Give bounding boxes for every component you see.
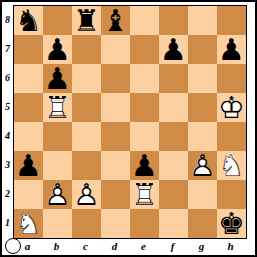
square-b3[interactable] xyxy=(43,151,72,180)
square-a7[interactable] xyxy=(14,35,43,64)
square-f8[interactable] xyxy=(159,6,188,35)
square-c1[interactable] xyxy=(72,209,101,238)
square-h1[interactable]: ♚ xyxy=(217,209,246,238)
black-knight-glyph: ♞ xyxy=(14,6,43,35)
square-c8[interactable]: ♜ xyxy=(72,6,101,35)
file-label-f: f xyxy=(158,240,187,254)
square-f7[interactable]: ♟ xyxy=(159,35,188,64)
square-g1[interactable] xyxy=(188,209,217,238)
black-pawn: ♟ xyxy=(217,35,246,64)
black-pawn-glyph: ♟ xyxy=(43,64,72,93)
black-pawn-glyph: ♟ xyxy=(130,151,159,180)
black-rook-glyph: ♜ xyxy=(72,6,101,35)
white-knight: ♞♘ xyxy=(217,151,246,180)
square-b4[interactable] xyxy=(43,122,72,151)
square-e3[interactable]: ♟ xyxy=(130,151,159,180)
square-f1[interactable] xyxy=(159,209,188,238)
rank-label-6: 6 xyxy=(2,63,13,92)
file-label-b: b xyxy=(42,240,71,254)
black-rook: ♜ xyxy=(72,6,101,35)
white-pawn: ♟♙ xyxy=(188,151,217,180)
square-b2[interactable]: ♟♙ xyxy=(43,180,72,209)
black-king-glyph: ♚ xyxy=(217,209,246,238)
white-pawn: ♟♙ xyxy=(43,180,72,209)
black-knight: ♞ xyxy=(14,6,43,35)
square-d8[interactable]: ♝ xyxy=(101,6,130,35)
square-d5[interactable] xyxy=(101,93,130,122)
white-rook-glyph: ♜ xyxy=(130,180,159,209)
chess-board[interactable]: ♞♜♝♟♟♟♟♜♖♚♔♟♟♟♙♞♘♟♙♟♙♜♖♞♘♚ xyxy=(13,5,247,239)
square-c4[interactable] xyxy=(72,122,101,151)
white-knight-glyph: ♞ xyxy=(217,151,246,180)
white-pawn: ♟♙ xyxy=(72,180,101,209)
black-king: ♚ xyxy=(217,209,246,238)
square-b7[interactable]: ♟ xyxy=(43,35,72,64)
file-label-h: h xyxy=(216,240,245,254)
square-h6[interactable] xyxy=(217,64,246,93)
white-rook: ♜♖ xyxy=(130,180,159,209)
square-d6[interactable] xyxy=(101,64,130,93)
white-pawn-glyph: ♟ xyxy=(188,151,217,180)
white-pawn-outline: ♙ xyxy=(72,180,101,209)
square-c7[interactable] xyxy=(72,35,101,64)
square-b8[interactable] xyxy=(43,6,72,35)
white-pawn-glyph: ♟ xyxy=(72,180,101,209)
white-rook-outline: ♖ xyxy=(43,93,72,122)
square-e2[interactable]: ♜♖ xyxy=(130,180,159,209)
square-c5[interactable] xyxy=(72,93,101,122)
white-to-move-indicator xyxy=(5,238,21,254)
square-e5[interactable] xyxy=(130,93,159,122)
square-f2[interactable] xyxy=(159,180,188,209)
square-g6[interactable] xyxy=(188,64,217,93)
white-pawn-outline: ♙ xyxy=(188,151,217,180)
square-f6[interactable] xyxy=(159,64,188,93)
square-d4[interactable] xyxy=(101,122,130,151)
white-king-glyph: ♚ xyxy=(217,93,246,122)
square-a3[interactable]: ♟ xyxy=(14,151,43,180)
black-pawn: ♟ xyxy=(14,151,43,180)
square-b1[interactable] xyxy=(43,209,72,238)
rank-label-8: 8 xyxy=(2,5,13,34)
black-pawn-glyph: ♟ xyxy=(159,35,188,64)
rank-label-7: 7 xyxy=(2,34,13,63)
rank-label-4: 4 xyxy=(2,121,13,150)
square-c3[interactable] xyxy=(72,151,101,180)
square-g2[interactable] xyxy=(188,180,217,209)
white-pawn-glyph: ♟ xyxy=(43,180,72,209)
file-label-g: g xyxy=(187,240,216,254)
black-pawn: ♟ xyxy=(159,35,188,64)
square-a8[interactable]: ♞ xyxy=(14,6,43,35)
square-b5[interactable]: ♜♖ xyxy=(43,93,72,122)
rank-label-1: 1 xyxy=(2,208,13,237)
white-knight: ♞♘ xyxy=(14,209,43,238)
square-g4[interactable] xyxy=(188,122,217,151)
square-e8[interactable] xyxy=(130,6,159,35)
square-a4[interactable] xyxy=(14,122,43,151)
square-d7[interactable] xyxy=(101,35,130,64)
black-bishop: ♝ xyxy=(101,6,130,35)
black-pawn: ♟ xyxy=(43,35,72,64)
square-h5[interactable]: ♚♔ xyxy=(217,93,246,122)
rank-labels: 87654321 xyxy=(2,5,13,237)
square-f3[interactable] xyxy=(159,151,188,180)
square-g7[interactable] xyxy=(188,35,217,64)
rank-label-5: 5 xyxy=(2,92,13,121)
square-a5[interactable] xyxy=(14,93,43,122)
square-d1[interactable] xyxy=(101,209,130,238)
chess-diagram: 87654321 ♞♜♝♟♟♟♟♜♖♚♔♟♟♟♙♞♘♟♙♟♙♜♖♞♘♚ abcd… xyxy=(0,0,257,257)
square-h8[interactable] xyxy=(217,6,246,35)
square-a2[interactable] xyxy=(14,180,43,209)
square-f5[interactable] xyxy=(159,93,188,122)
rank-label-2: 2 xyxy=(2,179,13,208)
square-c6[interactable] xyxy=(72,64,101,93)
square-h2[interactable] xyxy=(217,180,246,209)
square-g5[interactable] xyxy=(188,93,217,122)
black-pawn-glyph: ♟ xyxy=(43,35,72,64)
file-label-c: c xyxy=(71,240,100,254)
square-b6[interactable]: ♟ xyxy=(43,64,72,93)
white-king-outline: ♔ xyxy=(217,93,246,122)
black-bishop-glyph: ♝ xyxy=(101,6,130,35)
file-label-e: e xyxy=(129,240,158,254)
square-e7[interactable] xyxy=(130,35,159,64)
square-g8[interactable] xyxy=(188,6,217,35)
file-label-d: d xyxy=(100,240,129,254)
rank-label-3: 3 xyxy=(2,150,13,179)
square-e6[interactable] xyxy=(130,64,159,93)
square-g3[interactable]: ♟♙ xyxy=(188,151,217,180)
white-rook-glyph: ♜ xyxy=(43,93,72,122)
square-h3[interactable]: ♞♘ xyxy=(217,151,246,180)
square-a1[interactable]: ♞♘ xyxy=(14,209,43,238)
square-c2[interactable]: ♟♙ xyxy=(72,180,101,209)
white-knight-outline: ♘ xyxy=(217,151,246,180)
white-rook-outline: ♖ xyxy=(130,180,159,209)
square-d2[interactable] xyxy=(101,180,130,209)
square-d3[interactable] xyxy=(101,151,130,180)
square-e1[interactable] xyxy=(130,209,159,238)
white-knight-glyph: ♞ xyxy=(14,209,43,238)
square-h4[interactable] xyxy=(217,122,246,151)
square-a6[interactable] xyxy=(14,64,43,93)
white-knight-outline: ♘ xyxy=(14,209,43,238)
black-pawn-glyph: ♟ xyxy=(217,35,246,64)
white-rook: ♜♖ xyxy=(43,93,72,122)
black-pawn: ♟ xyxy=(43,64,72,93)
white-king: ♚♔ xyxy=(217,93,246,122)
square-e4[interactable] xyxy=(130,122,159,151)
black-pawn: ♟ xyxy=(130,151,159,180)
square-h7[interactable]: ♟ xyxy=(217,35,246,64)
black-pawn-glyph: ♟ xyxy=(14,151,43,180)
square-f4[interactable] xyxy=(159,122,188,151)
white-pawn-outline: ♙ xyxy=(43,180,72,209)
file-labels: abcdefgh xyxy=(13,240,245,254)
